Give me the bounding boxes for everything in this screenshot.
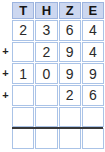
addend1-hundreds: 3 — [35, 20, 57, 41]
carry-ones-cell[interactable] — [82, 107, 104, 128]
column-header-thousands: T — [12, 2, 34, 19]
addition-worksheet: T H Z E 2 3 6 4 + 2 9 4 + 1 0 9 9 + 2 6 — [0, 0, 105, 152]
plus-sign-row3: + — [0, 63, 11, 84]
addend1-tens: 6 — [59, 20, 81, 41]
addend4-ones: 6 — [82, 85, 104, 106]
carry-hundreds-cell[interactable] — [35, 107, 57, 128]
sum-line — [12, 127, 103, 129]
addend3-ones: 9 — [82, 63, 104, 84]
header-corner-spacer — [0, 2, 11, 19]
addend3-tens: 9 — [59, 63, 81, 84]
addend4-thousands — [12, 85, 34, 106]
addend4-hundreds — [35, 85, 57, 106]
column-header-tens: Z — [59, 2, 81, 19]
plus-sign-row4: + — [0, 85, 11, 106]
column-header-hundreds: H — [35, 2, 57, 19]
column-header-ones: E — [82, 2, 104, 19]
carry-thousands-cell[interactable] — [12, 107, 34, 128]
addend4-tens: 2 — [59, 85, 81, 106]
addend2-tens: 9 — [59, 42, 81, 63]
plus-sign-row2: + — [0, 42, 11, 63]
addend1-thousands: 2 — [12, 20, 34, 41]
addend3-thousands: 1 — [12, 63, 34, 84]
carry-tens-cell[interactable] — [59, 107, 81, 128]
addend3-hundreds: 0 — [35, 63, 57, 84]
operator-result-row — [0, 128, 11, 149]
addend1-ones: 4 — [82, 20, 104, 41]
addend2-thousands — [12, 42, 34, 63]
operator-carry-row — [0, 107, 11, 128]
result-ones-cell[interactable] — [82, 128, 104, 149]
addend2-hundreds: 2 — [35, 42, 57, 63]
addend2-ones: 4 — [82, 42, 104, 63]
operator-row1 — [0, 20, 11, 41]
result-tens-cell[interactable] — [59, 128, 81, 149]
result-hundreds-cell[interactable] — [35, 128, 57, 149]
result-thousands-cell[interactable] — [12, 128, 34, 149]
